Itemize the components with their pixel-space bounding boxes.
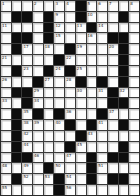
crossword-cell[interactable] xyxy=(33,185,43,195)
crossword-cell[interactable] xyxy=(54,153,64,163)
crossword-cell[interactable] xyxy=(12,23,22,33)
crossword-cell[interactable]: 22 xyxy=(65,55,75,65)
black-cell xyxy=(119,44,129,54)
crossword-cell[interactable] xyxy=(87,88,97,98)
clue-number: 34 xyxy=(34,98,39,103)
crossword-cell[interactable]: 25 xyxy=(76,66,86,76)
clue-number: 55 xyxy=(2,185,7,190)
crossword-cell[interactable] xyxy=(87,77,97,87)
crossword-cell[interactable] xyxy=(76,109,86,119)
crossword-cell[interactable] xyxy=(97,185,107,195)
black-cell xyxy=(119,55,129,65)
crossword-cell[interactable]: 18 xyxy=(44,44,54,54)
crossword-cell[interactable] xyxy=(54,98,64,108)
clue-number: 23 xyxy=(23,66,28,71)
crossword-cell[interactable] xyxy=(108,23,118,33)
black-cell xyxy=(44,12,54,22)
crossword-cell[interactable] xyxy=(87,55,97,65)
clue-number: 10 xyxy=(88,12,93,17)
black-cell xyxy=(119,98,129,108)
crossword-cell[interactable] xyxy=(87,185,97,195)
crossword-cell[interactable] xyxy=(12,163,22,173)
clue-number: 24 xyxy=(55,66,60,71)
clue-number: 54 xyxy=(66,174,71,179)
black-cell xyxy=(65,142,75,152)
crossword-cell[interactable] xyxy=(87,142,97,152)
crossword-cell[interactable]: 24 xyxy=(54,66,64,76)
crossword-cell[interactable] xyxy=(22,1,32,11)
clue-number: 50 xyxy=(55,163,60,168)
crossword-cell[interactable] xyxy=(54,88,64,98)
crossword-cell[interactable]: 39 xyxy=(33,120,43,130)
crossword-cell[interactable] xyxy=(129,88,139,98)
clue-number: 36 xyxy=(66,109,71,114)
black-cell xyxy=(12,44,22,54)
black-cell xyxy=(12,109,22,119)
crossword-cell[interactable]: 21 xyxy=(1,55,11,65)
crossword-cell[interactable]: 6 xyxy=(97,1,107,11)
clue-number: 39 xyxy=(34,120,39,125)
black-cell xyxy=(119,142,129,152)
black-cell xyxy=(65,120,75,130)
clue-number: 12 xyxy=(55,23,60,28)
clue-number: 28 xyxy=(66,77,71,82)
crossword-cell[interactable] xyxy=(76,153,86,163)
crossword-cell[interactable] xyxy=(1,174,11,184)
black-cell xyxy=(22,88,32,98)
crossword-cell[interactable]: 27 xyxy=(44,77,54,87)
crossword-cell[interactable] xyxy=(76,98,86,108)
crossword-cell[interactable] xyxy=(44,142,54,152)
crossword-cell[interactable] xyxy=(1,88,11,98)
crossword-cell[interactable] xyxy=(1,142,11,152)
crossword-cell[interactable]: 5 xyxy=(87,1,97,11)
crossword-cell[interactable] xyxy=(54,142,64,152)
crossword-cell[interactable] xyxy=(33,33,43,43)
crossword-cell[interactable] xyxy=(108,66,118,76)
crossword-cell[interactable] xyxy=(97,44,107,54)
black-cell xyxy=(44,163,54,173)
black-cell xyxy=(119,66,129,76)
black-cell xyxy=(108,174,118,184)
crossword-cell[interactable] xyxy=(65,23,75,33)
crossword-cell[interactable] xyxy=(76,174,86,184)
black-cell xyxy=(76,131,86,141)
crossword-cell[interactable] xyxy=(87,109,97,119)
crossword-cell[interactable] xyxy=(87,44,97,54)
black-cell xyxy=(12,142,22,152)
crossword-cell[interactable]: 32 xyxy=(119,88,129,98)
black-cell xyxy=(76,77,86,87)
crossword-cell[interactable]: 53 xyxy=(44,174,54,184)
black-cell xyxy=(76,1,86,11)
black-cell xyxy=(65,44,75,54)
crossword-cell[interactable] xyxy=(44,185,54,195)
crossword-cell[interactable]: 56 xyxy=(65,185,75,195)
crossword-cell[interactable]: 20 xyxy=(108,44,118,54)
black-cell xyxy=(33,109,43,119)
black-cell xyxy=(54,185,64,195)
crossword-cell[interactable] xyxy=(44,153,54,163)
black-cell xyxy=(87,120,97,130)
clue-number: 4 xyxy=(66,1,69,6)
crossword-cell[interactable]: 8 xyxy=(129,1,139,11)
black-cell xyxy=(54,55,64,65)
crossword-cell[interactable] xyxy=(12,98,22,108)
crossword-cell[interactable] xyxy=(129,185,139,195)
crossword-cell[interactable]: 52 xyxy=(22,174,32,184)
clue-number: 46 xyxy=(34,153,39,158)
crossword-cell[interactable]: 4 xyxy=(65,1,75,11)
black-cell xyxy=(65,66,75,76)
clue-number: 37 xyxy=(109,109,114,114)
black-cell xyxy=(87,153,97,163)
clue-number: 35 xyxy=(23,109,28,114)
crossword-cell[interactable] xyxy=(44,1,54,11)
crossword-cell[interactable]: 49 xyxy=(22,163,32,173)
clue-number: 38 xyxy=(23,120,28,125)
black-cell xyxy=(44,66,54,76)
crossword-cell[interactable] xyxy=(12,1,22,11)
crossword-cell[interactable] xyxy=(129,163,139,173)
crossword-cell[interactable] xyxy=(1,131,11,141)
crossword-cell[interactable] xyxy=(65,33,75,43)
crossword-cell[interactable] xyxy=(129,142,139,152)
crossword-cell[interactable]: 42 xyxy=(22,131,32,141)
crossword-cell[interactable]: 29 xyxy=(33,88,43,98)
crossword-cell[interactable] xyxy=(129,174,139,184)
crossword-cell[interactable] xyxy=(129,131,139,141)
crossword-cell[interactable]: 50 xyxy=(54,163,64,173)
crossword-cell[interactable] xyxy=(97,55,107,65)
crossword-cell[interactable] xyxy=(76,33,86,43)
crossword-cell[interactable] xyxy=(33,55,43,65)
crossword-cell[interactable]: 12 xyxy=(54,23,64,33)
crossword-cell[interactable] xyxy=(97,12,107,22)
crossword-cell[interactable]: 31 xyxy=(97,88,107,98)
clue-number: 53 xyxy=(45,174,50,179)
black-cell xyxy=(87,23,97,33)
crossword-cell[interactable]: 48 xyxy=(1,163,11,173)
clue-number: 21 xyxy=(2,55,7,60)
crossword-cell[interactable] xyxy=(65,98,75,108)
crossword-cell[interactable] xyxy=(108,163,118,173)
crossword-cell[interactable] xyxy=(129,23,139,33)
crossword-cell[interactable] xyxy=(44,109,54,119)
clue-number: 48 xyxy=(2,163,7,168)
clue-number: 22 xyxy=(66,55,71,60)
black-cell xyxy=(97,77,107,87)
black-cell xyxy=(44,23,54,33)
black-cell xyxy=(44,33,54,43)
crossword-cell[interactable]: 19 xyxy=(76,44,86,54)
clue-number: 29 xyxy=(34,88,39,93)
black-cell xyxy=(97,109,107,119)
clue-number: 2 xyxy=(34,1,37,6)
black-cell xyxy=(22,33,32,43)
clue-number: 45 xyxy=(77,142,82,147)
black-cell xyxy=(54,174,64,184)
crossword-cell[interactable] xyxy=(22,77,32,87)
crossword-cell[interactable]: 3 xyxy=(54,1,64,11)
crossword-cell[interactable]: 26 xyxy=(1,77,11,87)
crossword-cell[interactable]: 9 xyxy=(54,12,64,22)
crossword-cell[interactable] xyxy=(108,55,118,65)
black-cell xyxy=(54,109,64,119)
clue-number: 20 xyxy=(109,44,114,49)
clue-number: 31 xyxy=(98,88,103,93)
crossword-cell[interactable]: 23 xyxy=(22,66,32,76)
crossword-cell[interactable]: 43 xyxy=(87,131,97,141)
black-cell xyxy=(119,33,129,43)
crossword-cell[interactable] xyxy=(76,163,86,173)
crossword-cell[interactable] xyxy=(129,98,139,108)
crossword-cell[interactable]: 11 xyxy=(1,23,11,33)
crossword-cell[interactable]: 7 xyxy=(108,1,118,11)
black-cell xyxy=(12,131,22,141)
crossword-cell[interactable] xyxy=(12,77,22,87)
crossword-cell[interactable] xyxy=(22,23,32,33)
crossword-cell[interactable]: 16 xyxy=(87,33,97,43)
crossword-cell[interactable]: 47 xyxy=(65,153,75,163)
black-cell xyxy=(108,88,118,98)
crossword-cell[interactable] xyxy=(33,44,43,54)
black-cell xyxy=(119,77,129,87)
crossword-cell[interactable] xyxy=(108,120,118,130)
crossword-cell[interactable]: 17 xyxy=(22,44,32,54)
black-cell xyxy=(12,153,22,163)
crossword-cell[interactable] xyxy=(44,120,54,130)
clue-number: 49 xyxy=(23,163,28,168)
crossword-cell[interactable] xyxy=(76,120,86,130)
crossword-cell[interactable] xyxy=(33,163,43,173)
crossword-cell[interactable] xyxy=(44,98,54,108)
crossword-cell[interactable] xyxy=(97,66,107,76)
black-cell xyxy=(119,120,129,130)
clue-number: 52 xyxy=(23,174,28,179)
crossword-cell[interactable] xyxy=(1,33,11,43)
crossword-cell[interactable] xyxy=(1,120,11,130)
clue-number: 44 xyxy=(23,142,28,147)
crossword-cell[interactable] xyxy=(1,153,11,163)
crossword-cell[interactable] xyxy=(119,109,129,119)
crossword-cell[interactable] xyxy=(129,12,139,22)
black-cell xyxy=(119,12,129,22)
crossword-cell[interactable] xyxy=(65,12,75,22)
crossword-cell[interactable]: 30 xyxy=(76,88,86,98)
black-cell xyxy=(108,33,118,43)
crossword-cell[interactable]: 33 xyxy=(1,98,11,108)
crossword-cell[interactable] xyxy=(44,88,54,98)
crossword-cell[interactable] xyxy=(22,55,32,65)
crossword-cell[interactable] xyxy=(33,12,43,22)
crossword-cell[interactable] xyxy=(119,185,129,195)
crossword-cell[interactable] xyxy=(33,66,43,76)
clue-number: 5 xyxy=(88,1,91,6)
crossword-cell[interactable] xyxy=(129,55,139,65)
crossword-cell[interactable]: 28 xyxy=(65,77,75,87)
crossword-cell[interactable]: 45 xyxy=(76,142,86,152)
crossword-cell[interactable]: 35 xyxy=(22,109,32,119)
clue-number: 8 xyxy=(130,1,133,6)
crossword-cell[interactable]: 46 xyxy=(33,153,43,163)
crossword-cell[interactable] xyxy=(108,77,118,87)
crossword-cell[interactable] xyxy=(33,23,43,33)
crossword-cell[interactable] xyxy=(12,185,22,195)
clue-number: 27 xyxy=(45,77,50,82)
black-cell xyxy=(12,66,22,76)
crossword-cell[interactable] xyxy=(54,131,64,141)
crossword-cell[interactable] xyxy=(54,44,64,54)
clue-number: 16 xyxy=(88,33,93,38)
crossword-cell[interactable] xyxy=(119,131,129,141)
crossword-cell[interactable]: 37 xyxy=(108,109,118,119)
crossword-cell[interactable]: 41 xyxy=(97,120,107,130)
clue-number: 47 xyxy=(66,153,71,158)
clue-number: 33 xyxy=(2,98,7,103)
clue-number: 42 xyxy=(23,131,28,136)
crossword-cell[interactable] xyxy=(97,142,107,152)
clue-number: 41 xyxy=(98,120,103,125)
crossword-cell[interactable] xyxy=(12,55,22,65)
crossword-cell[interactable]: 44 xyxy=(22,142,32,152)
clue-number: 56 xyxy=(66,185,71,190)
clue-number: 40 xyxy=(55,120,60,125)
crossword-cell[interactable] xyxy=(129,77,139,87)
crossword-cell[interactable]: 14 xyxy=(97,23,107,33)
clue-number: 9 xyxy=(55,12,58,17)
crossword-grid: 1234567891011121314151617181920212223242… xyxy=(0,0,140,196)
crossword-cell[interactable] xyxy=(108,185,118,195)
black-cell xyxy=(33,77,43,87)
crossword-cell[interactable]: 40 xyxy=(54,120,64,130)
black-cell xyxy=(119,174,129,184)
clue-number: 30 xyxy=(77,88,82,93)
black-cell xyxy=(108,153,118,163)
crossword-cell[interactable] xyxy=(87,66,97,76)
black-cell xyxy=(12,33,22,43)
clue-number: 19 xyxy=(77,44,82,49)
black-cell xyxy=(119,153,129,163)
crossword-cell[interactable] xyxy=(97,174,107,184)
black-cell xyxy=(22,12,32,22)
clue-number: 14 xyxy=(98,23,103,28)
crossword-cell[interactable]: 15 xyxy=(54,33,64,43)
crossword-cell[interactable] xyxy=(1,66,11,76)
clue-number: 18 xyxy=(45,44,50,49)
clue-number: 6 xyxy=(98,1,101,6)
crossword-cell[interactable]: 36 xyxy=(65,109,75,119)
black-cell xyxy=(12,88,22,98)
clue-number: 17 xyxy=(23,44,28,49)
crossword-cell[interactable]: 10 xyxy=(87,12,97,22)
crossword-cell[interactable]: 51 xyxy=(97,163,107,173)
black-cell xyxy=(76,12,86,22)
crossword-cell[interactable]: 13 xyxy=(76,23,86,33)
clue-number: 26 xyxy=(2,77,7,82)
crossword-cell[interactable] xyxy=(97,131,107,141)
black-cell xyxy=(87,163,97,173)
crossword-cell[interactable] xyxy=(119,163,129,173)
clue-number: 3 xyxy=(55,1,58,6)
crossword-cell[interactable] xyxy=(1,44,11,54)
crossword-cell[interactable]: 38 xyxy=(22,120,32,130)
clue-number: 51 xyxy=(98,163,103,168)
crossword-cell[interactable] xyxy=(129,44,139,54)
crossword-cell[interactable] xyxy=(22,185,32,195)
clue-number: 32 xyxy=(120,88,125,93)
clue-number: 1 xyxy=(2,1,5,6)
crossword-cell[interactable] xyxy=(1,109,11,119)
crossword-cell[interactable] xyxy=(76,185,86,195)
crossword-cell[interactable] xyxy=(87,98,97,108)
crossword-cell[interactable]: 54 xyxy=(65,174,75,184)
crossword-cell[interactable]: 34 xyxy=(33,98,43,108)
crossword-cell[interactable] xyxy=(1,12,11,22)
black-cell xyxy=(22,153,32,163)
crossword-cell[interactable] xyxy=(108,12,118,22)
black-cell xyxy=(22,98,32,108)
crossword-cell[interactable] xyxy=(97,98,107,108)
crossword-cell[interactable] xyxy=(108,131,118,141)
black-cell xyxy=(12,174,22,184)
crossword-board: 1234567891011121314151617181920212223242… xyxy=(0,0,140,196)
crossword-cell[interactable] xyxy=(129,153,139,163)
crossword-cell[interactable]: 2 xyxy=(33,1,43,11)
crossword-cell[interactable] xyxy=(129,120,139,130)
crossword-cell[interactable] xyxy=(108,142,118,152)
crossword-cell[interactable]: 55 xyxy=(1,185,11,195)
clue-number: 43 xyxy=(88,131,93,136)
crossword-cell[interactable] xyxy=(33,142,43,152)
crossword-cell[interactable] xyxy=(129,33,139,43)
clue-number: 11 xyxy=(2,23,7,28)
crossword-cell[interactable] xyxy=(119,1,129,11)
clue-number: 15 xyxy=(55,33,60,38)
clue-number: 25 xyxy=(77,66,82,71)
crossword-cell[interactable] xyxy=(65,163,75,173)
crossword-cell[interactable] xyxy=(54,77,64,87)
crossword-cell[interactable]: 1 xyxy=(1,1,11,11)
clue-number: 7 xyxy=(109,1,112,6)
black-cell xyxy=(108,98,118,108)
crossword-cell[interactable] xyxy=(97,33,107,43)
crossword-cell[interactable] xyxy=(44,131,54,141)
crossword-cell[interactable] xyxy=(65,131,75,141)
clue-number: 13 xyxy=(77,23,82,28)
crossword-cell[interactable] xyxy=(129,66,139,76)
crossword-cell[interactable] xyxy=(33,131,43,141)
crossword-cell[interactable] xyxy=(65,88,75,98)
crossword-cell[interactable] xyxy=(44,55,54,65)
crossword-cell[interactable] xyxy=(97,153,107,163)
crossword-cell[interactable] xyxy=(119,23,129,33)
crossword-cell[interactable] xyxy=(33,174,43,184)
black-cell xyxy=(12,120,22,130)
crossword-cell[interactable] xyxy=(76,55,86,65)
black-cell xyxy=(12,12,22,22)
black-cell xyxy=(87,174,97,184)
crossword-cell[interactable] xyxy=(129,109,139,119)
